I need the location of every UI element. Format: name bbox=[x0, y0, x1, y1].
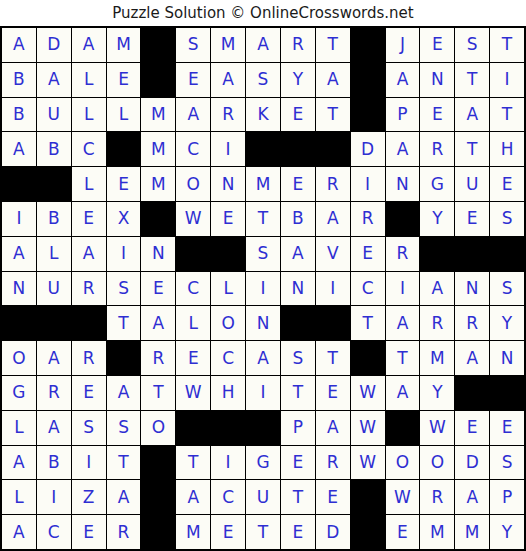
letter-cell: M bbox=[107, 28, 141, 62]
black-cell bbox=[72, 306, 106, 340]
letter-cell: T bbox=[490, 98, 524, 132]
letter-cell: I bbox=[211, 446, 245, 480]
letter-cell: L bbox=[72, 167, 106, 201]
letter-cell: C bbox=[211, 480, 245, 514]
letter-cell: W bbox=[351, 446, 385, 480]
letter-cell: A bbox=[37, 63, 71, 97]
black-cell bbox=[141, 480, 175, 514]
letter-cell: S bbox=[490, 202, 524, 236]
letter-cell: E bbox=[455, 411, 489, 445]
black-cell bbox=[281, 306, 315, 340]
letter-cell: E bbox=[281, 515, 315, 549]
black-cell bbox=[141, 515, 175, 549]
letter-cell: I bbox=[2, 202, 36, 236]
letter-cell: D bbox=[351, 132, 385, 166]
letter-cell: T bbox=[246, 515, 280, 549]
black-cell bbox=[141, 446, 175, 480]
letter-cell: W bbox=[386, 480, 420, 514]
black-cell bbox=[351, 480, 385, 514]
letter-cell: R bbox=[420, 480, 454, 514]
letter-cell: E bbox=[72, 376, 106, 410]
letter-cell: G bbox=[2, 376, 36, 410]
letter-cell: M bbox=[420, 341, 454, 375]
black-cell bbox=[455, 376, 489, 410]
letter-cell: M bbox=[420, 515, 454, 549]
letter-cell: R bbox=[37, 376, 71, 410]
letter-cell: A bbox=[2, 132, 36, 166]
letter-cell: T bbox=[246, 202, 280, 236]
black-cell bbox=[455, 237, 489, 271]
letter-cell: V bbox=[316, 237, 350, 271]
letter-cell: S bbox=[455, 28, 489, 62]
page-title: Puzzle Solution © OnlineCrosswords.net bbox=[0, 0, 526, 26]
letter-cell: A bbox=[386, 63, 420, 97]
letter-cell: E bbox=[211, 202, 245, 236]
letter-cell: L bbox=[2, 480, 36, 514]
letter-cell: T bbox=[107, 306, 141, 340]
letter-cell: E bbox=[490, 411, 524, 445]
letter-cell: W bbox=[176, 202, 210, 236]
letter-cell: L bbox=[72, 63, 106, 97]
letter-cell: E bbox=[211, 515, 245, 549]
letter-cell: P bbox=[386, 98, 420, 132]
letter-cell: I bbox=[37, 480, 71, 514]
letter-cell: S bbox=[281, 341, 315, 375]
letter-cell: S bbox=[490, 272, 524, 306]
black-cell bbox=[176, 411, 210, 445]
letter-cell: R bbox=[141, 341, 175, 375]
letter-cell: G bbox=[420, 167, 454, 201]
black-cell bbox=[386, 202, 420, 236]
letter-cell: R bbox=[420, 306, 454, 340]
letter-cell: M bbox=[455, 515, 489, 549]
letter-cell: E bbox=[455, 202, 489, 236]
letter-cell: E bbox=[281, 98, 315, 132]
letter-cell: E bbox=[107, 63, 141, 97]
letter-cell: A bbox=[72, 237, 106, 271]
letter-cell: E bbox=[281, 167, 315, 201]
letter-cell: M bbox=[141, 98, 175, 132]
black-cell bbox=[141, 28, 175, 62]
letter-cell: O bbox=[211, 306, 245, 340]
letter-cell: J bbox=[386, 28, 420, 62]
black-cell bbox=[316, 132, 350, 166]
letter-cell: I bbox=[246, 376, 280, 410]
letter-cell: M bbox=[246, 167, 280, 201]
letter-cell: A bbox=[246, 28, 280, 62]
letter-cell: Z bbox=[72, 480, 106, 514]
letter-cell: L bbox=[176, 306, 210, 340]
letter-cell: S bbox=[246, 237, 280, 271]
letter-cell: B bbox=[2, 98, 36, 132]
black-cell bbox=[281, 132, 315, 166]
black-cell bbox=[211, 237, 245, 271]
letter-cell: N bbox=[490, 341, 524, 375]
letter-cell: I bbox=[316, 272, 350, 306]
letter-cell: M bbox=[141, 132, 175, 166]
letter-cell: W bbox=[176, 376, 210, 410]
letter-cell: O bbox=[386, 446, 420, 480]
letter-cell: E bbox=[72, 202, 106, 236]
letter-cell: M bbox=[176, 515, 210, 549]
letter-cell: X bbox=[107, 202, 141, 236]
letter-cell: U bbox=[37, 98, 71, 132]
letter-cell: T bbox=[316, 341, 350, 375]
letter-cell: I bbox=[246, 272, 280, 306]
letter-cell: T bbox=[386, 341, 420, 375]
letter-cell: A bbox=[2, 515, 36, 549]
letter-cell: T bbox=[281, 376, 315, 410]
letter-cell: C bbox=[211, 341, 245, 375]
black-cell bbox=[2, 167, 36, 201]
black-cell bbox=[141, 63, 175, 97]
letter-cell: E bbox=[176, 63, 210, 97]
letter-cell: E bbox=[176, 341, 210, 375]
letter-cell: N bbox=[455, 272, 489, 306]
letter-cell: R bbox=[211, 98, 245, 132]
black-cell bbox=[107, 341, 141, 375]
black-cell bbox=[351, 341, 385, 375]
letter-cell: E bbox=[420, 98, 454, 132]
letter-cell: A bbox=[455, 341, 489, 375]
letter-cell: U bbox=[455, 167, 489, 201]
letter-cell: A bbox=[455, 480, 489, 514]
letter-cell: N bbox=[420, 63, 454, 97]
letter-cell: N bbox=[2, 272, 36, 306]
black-cell bbox=[246, 411, 280, 445]
letter-cell: E bbox=[141, 272, 175, 306]
letter-cell: B bbox=[37, 132, 71, 166]
letter-cell: D bbox=[316, 515, 350, 549]
letter-cell: E bbox=[316, 376, 350, 410]
letter-cell: I bbox=[351, 167, 385, 201]
letter-cell: R bbox=[316, 167, 350, 201]
letter-cell: M bbox=[141, 167, 175, 201]
letter-cell: A bbox=[281, 237, 315, 271]
letter-cell: U bbox=[246, 480, 280, 514]
letter-cell: A bbox=[107, 480, 141, 514]
letter-cell: I bbox=[386, 272, 420, 306]
black-cell bbox=[316, 306, 350, 340]
letter-cell: E bbox=[316, 480, 350, 514]
letter-cell: R bbox=[72, 341, 106, 375]
letter-cell: S bbox=[107, 411, 141, 445]
letter-cell: Y bbox=[420, 376, 454, 410]
black-cell bbox=[2, 306, 36, 340]
letter-cell: B bbox=[37, 446, 71, 480]
black-cell bbox=[107, 132, 141, 166]
letter-cell: R bbox=[351, 202, 385, 236]
letter-cell: R bbox=[72, 272, 106, 306]
letter-cell: A bbox=[2, 237, 36, 271]
letter-cell: A bbox=[141, 306, 175, 340]
letter-cell: L bbox=[37, 237, 71, 271]
black-cell bbox=[351, 63, 385, 97]
letter-cell: T bbox=[281, 480, 315, 514]
letter-cell: I bbox=[107, 237, 141, 271]
letter-cell: E bbox=[490, 167, 524, 201]
letter-cell: N bbox=[211, 167, 245, 201]
letter-cell: L bbox=[211, 272, 245, 306]
letter-cell: I bbox=[72, 446, 106, 480]
letter-cell: B bbox=[281, 202, 315, 236]
letter-cell: S bbox=[246, 63, 280, 97]
black-cell bbox=[246, 132, 280, 166]
letter-cell: T bbox=[176, 446, 210, 480]
letter-cell: H bbox=[490, 132, 524, 166]
letter-cell: A bbox=[246, 341, 280, 375]
letter-cell: C bbox=[351, 272, 385, 306]
crossword-grid: ADAMSMARTJESTBALEEASYAANTIBULLMARKETPEAT… bbox=[0, 26, 526, 551]
letter-cell: O bbox=[141, 411, 175, 445]
letter-cell: C bbox=[37, 515, 71, 549]
letter-cell: R bbox=[316, 446, 350, 480]
letter-cell: A bbox=[176, 480, 210, 514]
letter-cell: T bbox=[490, 28, 524, 62]
letter-cell: T bbox=[316, 98, 350, 132]
black-cell bbox=[351, 515, 385, 549]
letter-cell: U bbox=[37, 272, 71, 306]
letter-cell: C bbox=[72, 132, 106, 166]
letter-cell: A bbox=[107, 376, 141, 410]
letter-cell: A bbox=[386, 376, 420, 410]
letter-cell: E bbox=[107, 167, 141, 201]
letter-cell: A bbox=[2, 446, 36, 480]
letter-cell: R bbox=[455, 306, 489, 340]
letter-cell: M bbox=[211, 28, 245, 62]
black-cell bbox=[176, 237, 210, 271]
letter-cell: A bbox=[316, 63, 350, 97]
letter-cell: A bbox=[386, 132, 420, 166]
letter-cell: R bbox=[386, 237, 420, 271]
letter-cell: Y bbox=[420, 202, 454, 236]
letter-cell: B bbox=[37, 202, 71, 236]
letter-cell: A bbox=[176, 98, 210, 132]
letter-cell: L bbox=[72, 98, 106, 132]
letter-cell: L bbox=[2, 411, 36, 445]
black-cell bbox=[490, 237, 524, 271]
letter-cell: Y bbox=[281, 63, 315, 97]
letter-cell: A bbox=[211, 63, 245, 97]
letter-cell: H bbox=[211, 376, 245, 410]
puzzle-solution-page: Puzzle Solution © OnlineCrosswords.net A… bbox=[0, 0, 526, 551]
black-cell bbox=[420, 237, 454, 271]
letter-cell: S bbox=[176, 28, 210, 62]
black-cell bbox=[351, 98, 385, 132]
letter-cell: Y bbox=[490, 306, 524, 340]
letter-cell: C bbox=[176, 132, 210, 166]
black-cell bbox=[37, 306, 71, 340]
letter-cell: N bbox=[141, 237, 175, 271]
letter-cell: T bbox=[107, 446, 141, 480]
letter-cell: E bbox=[72, 515, 106, 549]
letter-cell: O bbox=[2, 341, 36, 375]
letter-cell: T bbox=[351, 306, 385, 340]
black-cell bbox=[37, 167, 71, 201]
letter-cell: D bbox=[37, 28, 71, 62]
letter-cell: P bbox=[281, 411, 315, 445]
black-cell bbox=[351, 28, 385, 62]
letter-cell: G bbox=[246, 446, 280, 480]
letter-cell: W bbox=[351, 411, 385, 445]
letter-cell: A bbox=[455, 98, 489, 132]
letter-cell: T bbox=[316, 28, 350, 62]
letter-cell: I bbox=[490, 63, 524, 97]
letter-cell: R bbox=[281, 28, 315, 62]
black-cell bbox=[386, 411, 420, 445]
letter-cell: E bbox=[281, 446, 315, 480]
letter-cell: K bbox=[246, 98, 280, 132]
letter-cell: A bbox=[2, 28, 36, 62]
letter-cell: R bbox=[420, 132, 454, 166]
letter-cell: A bbox=[316, 411, 350, 445]
letter-cell: C bbox=[176, 272, 210, 306]
letter-cell: Y bbox=[490, 515, 524, 549]
letter-cell: B bbox=[2, 63, 36, 97]
letter-cell: T bbox=[455, 63, 489, 97]
letter-cell: A bbox=[386, 306, 420, 340]
letter-cell: O bbox=[176, 167, 210, 201]
letter-cell: I bbox=[211, 132, 245, 166]
letter-cell: L bbox=[107, 98, 141, 132]
letter-cell: D bbox=[455, 446, 489, 480]
letter-cell: N bbox=[281, 272, 315, 306]
black-cell bbox=[211, 411, 245, 445]
letter-cell: A bbox=[72, 28, 106, 62]
letter-cell: T bbox=[455, 132, 489, 166]
letter-cell: A bbox=[316, 202, 350, 236]
letter-cell: N bbox=[386, 167, 420, 201]
black-cell bbox=[141, 202, 175, 236]
letter-cell: A bbox=[37, 341, 71, 375]
letter-cell: T bbox=[141, 376, 175, 410]
letter-cell: W bbox=[351, 376, 385, 410]
letter-cell: N bbox=[246, 306, 280, 340]
letter-cell: S bbox=[72, 411, 106, 445]
letter-cell: A bbox=[420, 272, 454, 306]
letter-cell: R bbox=[107, 515, 141, 549]
letter-cell: W bbox=[420, 411, 454, 445]
black-cell bbox=[490, 376, 524, 410]
letter-cell: E bbox=[351, 237, 385, 271]
letter-cell: E bbox=[386, 515, 420, 549]
letter-cell: E bbox=[420, 28, 454, 62]
letter-cell: O bbox=[420, 446, 454, 480]
letter-cell: S bbox=[490, 446, 524, 480]
letter-cell: P bbox=[490, 480, 524, 514]
letter-cell: A bbox=[37, 411, 71, 445]
letter-cell: S bbox=[107, 272, 141, 306]
